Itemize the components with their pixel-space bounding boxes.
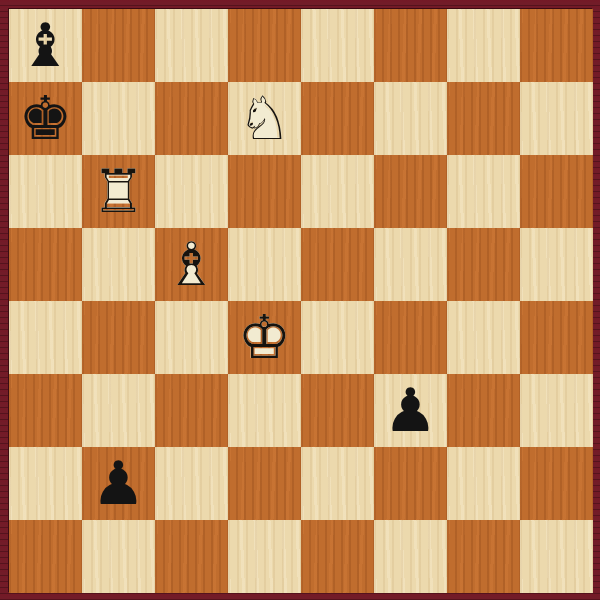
square-h1[interactable] <box>520 520 593 593</box>
square-a6[interactable] <box>9 155 82 228</box>
square-h2[interactable] <box>520 447 593 520</box>
square-e3[interactable] <box>301 374 374 447</box>
square-d1[interactable] <box>228 520 301 593</box>
square-a5[interactable] <box>9 228 82 301</box>
square-f8[interactable] <box>374 9 447 82</box>
square-f2[interactable] <box>374 447 447 520</box>
white-knight-glyph-outline: ♘ <box>228 82 301 155</box>
square-h6[interactable] <box>520 155 593 228</box>
square-b8[interactable] <box>82 9 155 82</box>
square-d5[interactable] <box>228 228 301 301</box>
square-b2[interactable]: ♟ <box>82 447 155 520</box>
square-g6[interactable] <box>447 155 520 228</box>
square-c7[interactable] <box>155 82 228 155</box>
square-f5[interactable] <box>374 228 447 301</box>
square-b1[interactable] <box>82 520 155 593</box>
black-king-glyph-fill: ♚ <box>9 82 82 155</box>
chess-board: ♝♚♞♘♜♖♝♗♚♔♟♟ <box>8 8 592 592</box>
square-g1[interactable] <box>447 520 520 593</box>
square-e7[interactable] <box>301 82 374 155</box>
square-h8[interactable] <box>520 9 593 82</box>
square-d2[interactable] <box>228 447 301 520</box>
square-e4[interactable] <box>301 301 374 374</box>
square-d3[interactable] <box>228 374 301 447</box>
board-frame: ♝♚♞♘♜♖♝♗♚♔♟♟ <box>0 0 600 600</box>
square-c3[interactable] <box>155 374 228 447</box>
black-bishop-glyph-fill: ♝ <box>9 9 82 82</box>
white-king-glyph-outline: ♔ <box>228 301 301 374</box>
black-pawn-icon[interactable]: ♟ <box>374 374 447 447</box>
square-b7[interactable] <box>82 82 155 155</box>
square-c6[interactable] <box>155 155 228 228</box>
square-f3[interactable]: ♟ <box>374 374 447 447</box>
square-e2[interactable] <box>301 447 374 520</box>
square-e5[interactable] <box>301 228 374 301</box>
square-b3[interactable] <box>82 374 155 447</box>
square-g7[interactable] <box>447 82 520 155</box>
square-b5[interactable] <box>82 228 155 301</box>
square-c8[interactable] <box>155 9 228 82</box>
white-rook-icon[interactable]: ♜♖ <box>82 155 155 228</box>
black-king-icon[interactable]: ♚ <box>9 82 82 155</box>
white-knight-icon[interactable]: ♞♘ <box>228 82 301 155</box>
square-f6[interactable] <box>374 155 447 228</box>
black-pawn-glyph-fill: ♟ <box>82 447 155 520</box>
square-f1[interactable] <box>374 520 447 593</box>
square-g4[interactable] <box>447 301 520 374</box>
square-g5[interactable] <box>447 228 520 301</box>
black-bishop-icon[interactable]: ♝ <box>9 9 82 82</box>
square-c4[interactable] <box>155 301 228 374</box>
square-e8[interactable] <box>301 9 374 82</box>
square-a4[interactable] <box>9 301 82 374</box>
square-b6[interactable]: ♜♖ <box>82 155 155 228</box>
square-a8[interactable]: ♝ <box>9 9 82 82</box>
white-bishop-icon[interactable]: ♝♗ <box>155 228 228 301</box>
square-g2[interactable] <box>447 447 520 520</box>
white-bishop-glyph-outline: ♗ <box>155 228 228 301</box>
square-c1[interactable] <box>155 520 228 593</box>
square-d6[interactable] <box>228 155 301 228</box>
square-e1[interactable] <box>301 520 374 593</box>
square-d8[interactable] <box>228 9 301 82</box>
square-h4[interactable] <box>520 301 593 374</box>
square-g3[interactable] <box>447 374 520 447</box>
square-c5[interactable]: ♝♗ <box>155 228 228 301</box>
square-h7[interactable] <box>520 82 593 155</box>
square-h3[interactable] <box>520 374 593 447</box>
square-d7[interactable]: ♞♘ <box>228 82 301 155</box>
square-h5[interactable] <box>520 228 593 301</box>
black-pawn-glyph-fill: ♟ <box>374 374 447 447</box>
white-king-icon[interactable]: ♚♔ <box>228 301 301 374</box>
square-e6[interactable] <box>301 155 374 228</box>
white-rook-glyph-outline: ♖ <box>82 155 155 228</box>
square-c2[interactable] <box>155 447 228 520</box>
square-d4[interactable]: ♚♔ <box>228 301 301 374</box>
square-a1[interactable] <box>9 520 82 593</box>
square-g8[interactable] <box>447 9 520 82</box>
square-a7[interactable]: ♚ <box>9 82 82 155</box>
square-f7[interactable] <box>374 82 447 155</box>
black-pawn-icon[interactable]: ♟ <box>82 447 155 520</box>
square-a3[interactable] <box>9 374 82 447</box>
square-f4[interactable] <box>374 301 447 374</box>
square-a2[interactable] <box>9 447 82 520</box>
square-b4[interactable] <box>82 301 155 374</box>
